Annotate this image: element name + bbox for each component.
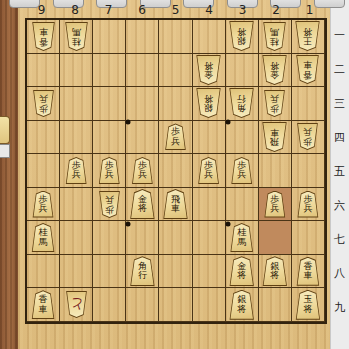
square-4-8[interactable]: [193, 255, 226, 289]
gote-piece-王将-1-1[interactable]: 王将: [294, 21, 321, 51]
star-point-1: [125, 120, 130, 125]
gote-piece-銀将-3-1[interactable]: 銀将: [228, 21, 255, 51]
square-3-3[interactable]: 角行: [226, 87, 259, 121]
gote-piece-歩兵-7-6[interactable]: 歩兵: [98, 191, 121, 218]
sente-piece-歩兵-2-6[interactable]: 歩兵: [263, 191, 286, 218]
sente-piece-歩兵-4-5[interactable]: 歩兵: [197, 157, 220, 184]
square-3-6[interactable]: [226, 188, 259, 222]
square-8-6[interactable]: [60, 188, 93, 222]
piece-face: 桂馬: [230, 224, 253, 251]
gote-piece-角行-3-3[interactable]: 角行: [228, 88, 255, 118]
piece-face: 銀将: [229, 22, 254, 50]
piece-face: 歩兵: [33, 192, 54, 217]
square-7-2[interactable]: [93, 54, 126, 88]
piece-face: 香車: [296, 56, 319, 83]
file-label-9: 9: [25, 3, 58, 17]
sente-piece-銀将-2-8[interactable]: 銀将: [261, 256, 288, 286]
square-1-4[interactable]: 歩兵: [292, 121, 325, 155]
square-4-3[interactable]: 銀将: [193, 87, 226, 121]
square-5-2[interactable]: [159, 54, 192, 88]
square-9-4[interactable]: [27, 121, 60, 155]
square-6-6[interactable]: 金将: [126, 188, 159, 222]
gote-piece-歩兵-2-3[interactable]: 歩兵: [263, 90, 286, 117]
rank-label-8: 八: [331, 266, 348, 281]
square-5-5[interactable]: [159, 154, 192, 188]
square-7-1[interactable]: [93, 20, 126, 54]
square-3-9[interactable]: 銀将: [226, 288, 259, 322]
square-4-5[interactable]: 歩兵: [193, 154, 226, 188]
rank-label-6: 六: [331, 198, 348, 213]
square-8-4[interactable]: [60, 121, 93, 155]
gote-piece-銀将-4-3[interactable]: 銀将: [195, 88, 222, 118]
square-9-6[interactable]: 歩兵: [27, 188, 60, 222]
piece-face: 玉将: [295, 291, 320, 319]
star-point-3: [125, 222, 130, 227]
square-5-7[interactable]: [159, 221, 192, 255]
rank-label-3: 三: [331, 96, 348, 111]
piece-face: 飛車: [262, 123, 287, 151]
piece-face: 銀将: [196, 89, 221, 117]
piece-face: 桂馬: [263, 23, 286, 50]
square-5-1[interactable]: [159, 20, 192, 54]
square-1-9[interactable]: 玉将: [292, 288, 325, 322]
file-label-5: 5: [159, 3, 192, 17]
piece-face: 歩兵: [132, 158, 153, 183]
square-1-1[interactable]: 王将: [292, 20, 325, 54]
square-6-1[interactable]: [126, 20, 159, 54]
square-1-2[interactable]: 香車: [292, 54, 325, 88]
rank-label-9: 九: [331, 300, 348, 315]
piece-face: 金将: [229, 257, 254, 285]
square-7-6[interactable]: 歩兵: [93, 188, 126, 222]
gote-piece-金将-2-2[interactable]: 金将: [261, 55, 288, 85]
square-5-4[interactable]: 歩兵: [159, 121, 192, 155]
gote-piece-香車-9-1[interactable]: 香車: [31, 22, 56, 51]
sente-piece-歩兵-1-6[interactable]: 歩兵: [296, 191, 319, 218]
square-8-9[interactable]: と: [60, 288, 93, 322]
piece-face: 角行: [130, 257, 155, 285]
rank-label-5: 五: [331, 164, 348, 179]
sente-piece-金将-3-8[interactable]: 金将: [228, 256, 255, 286]
square-8-1[interactable]: 桂馬: [60, 20, 93, 54]
square-7-5[interactable]: 歩兵: [93, 154, 126, 188]
square-2-2[interactable]: 金将: [259, 54, 292, 88]
piece-face: 角行: [229, 89, 254, 117]
square-8-5[interactable]: 歩兵: [60, 154, 93, 188]
piece-face: 歩兵: [33, 91, 54, 116]
gote-piece-歩兵-9-3[interactable]: 歩兵: [32, 90, 55, 117]
square-9-3[interactable]: 歩兵: [27, 87, 60, 121]
sente-piece-玉将-1-9[interactable]: 玉将: [294, 290, 321, 320]
square-4-9[interactable]: [193, 288, 226, 322]
square-3-1[interactable]: 銀将: [226, 20, 259, 54]
shogi-app-window: 香車桂馬銀将桂馬王将金将金将香車歩兵銀将角行歩兵歩兵飛車歩兵歩兵歩兵歩兵歩兵歩兵…: [0, 0, 349, 349]
piece-face: 桂馬: [32, 224, 55, 251]
square-4-6[interactable]: [193, 188, 226, 222]
square-8-3[interactable]: [60, 87, 93, 121]
sente-piece-香車-1-8[interactable]: 香車: [295, 257, 320, 286]
square-9-5[interactable]: [27, 154, 60, 188]
piece-face: 桂馬: [65, 23, 88, 50]
square-8-2[interactable]: [60, 54, 93, 88]
star-point-2: [226, 120, 231, 125]
square-9-9[interactable]: 香車: [27, 288, 60, 322]
gote-piece-と-8-9[interactable]: と: [65, 291, 88, 318]
square-2-4[interactable]: 飛車: [259, 121, 292, 155]
square-1-7[interactable]: [292, 221, 325, 255]
piece-face: 歩兵: [165, 124, 186, 149]
sente-piece-角行-6-8[interactable]: 角行: [129, 256, 156, 286]
sente-piece-香車-9-9[interactable]: 香車: [31, 290, 56, 319]
square-1-3[interactable]: [292, 87, 325, 121]
square-4-4[interactable]: [193, 121, 226, 155]
square-6-3[interactable]: [126, 87, 159, 121]
piece-face: 香車: [32, 23, 55, 50]
square-3-8[interactable]: 金将: [226, 255, 259, 289]
piece-face: 銀将: [229, 291, 254, 319]
piece-face: 金将: [130, 190, 155, 218]
square-6-9[interactable]: [126, 288, 159, 322]
sente-piece-桂馬-3-7[interactable]: 桂馬: [229, 223, 254, 252]
square-6-2[interactable]: [126, 54, 159, 88]
square-9-8[interactable]: [27, 255, 60, 289]
square-3-5[interactable]: 歩兵: [226, 154, 259, 188]
sente-piece-歩兵-5-4[interactable]: 歩兵: [164, 123, 187, 150]
square-1-6[interactable]: 歩兵: [292, 188, 325, 222]
square-2-6[interactable]: 歩兵: [259, 188, 292, 222]
square-2-1[interactable]: 桂馬: [259, 20, 292, 54]
gote-piece-香車-1-2[interactable]: 香車: [295, 55, 320, 84]
square-4-1[interactable]: [193, 20, 226, 54]
sente-piece-歩兵-6-5[interactable]: 歩兵: [131, 157, 154, 184]
file-label-3: 3: [226, 3, 259, 17]
square-4-2[interactable]: 金将: [193, 54, 226, 88]
square-6-4[interactable]: [126, 121, 159, 155]
square-1-8[interactable]: 香車: [292, 255, 325, 289]
star-point-4: [226, 222, 231, 227]
square-9-2[interactable]: [27, 54, 60, 88]
file-label-2: 2: [260, 3, 293, 17]
tray-icon[interactable]: [0, 144, 10, 158]
piece-face: 王将: [295, 22, 320, 50]
square-7-9[interactable]: [93, 288, 126, 322]
gote-piece-金将-4-2[interactable]: 金将: [195, 55, 222, 85]
square-2-3[interactable]: 歩兵: [259, 87, 292, 121]
piece-face: 歩兵: [297, 192, 318, 217]
left-wood-panel: [0, 0, 18, 349]
square-3-4[interactable]: [226, 121, 259, 155]
square-6-5[interactable]: 歩兵: [126, 154, 159, 188]
piece-face: 歩兵: [297, 124, 318, 149]
sente-piece-金将-6-6[interactable]: 金将: [129, 189, 156, 219]
square-6-8[interactable]: 角行: [126, 255, 159, 289]
piece-face: 歩兵: [264, 192, 285, 217]
rank-label-2: 二: [331, 62, 348, 77]
piece-face: 香車: [32, 291, 55, 318]
square-7-8[interactable]: [93, 255, 126, 289]
square-2-5[interactable]: [259, 154, 292, 188]
square-2-8[interactable]: 銀将: [259, 255, 292, 289]
piece-face: 歩兵: [66, 158, 87, 183]
square-2-7[interactable]: [259, 221, 292, 255]
square-5-9[interactable]: [159, 288, 192, 322]
shogi-board: 香車桂馬銀将桂馬王将金将金将香車歩兵銀将角行歩兵歩兵飛車歩兵歩兵歩兵歩兵歩兵歩兵…: [25, 18, 327, 324]
square-8-7[interactable]: [60, 221, 93, 255]
gote-piece-歩兵-1-4[interactable]: 歩兵: [296, 123, 319, 150]
square-6-7[interactable]: [126, 221, 159, 255]
sente-piece-飛車-5-6[interactable]: 飛車: [162, 189, 189, 219]
piece-face: 銀将: [262, 257, 287, 285]
square-1-5[interactable]: [292, 154, 325, 188]
piece-face: 歩兵: [264, 91, 285, 116]
piece-face: 歩兵: [198, 158, 219, 183]
square-4-7[interactable]: [193, 221, 226, 255]
square-2-9[interactable]: [259, 288, 292, 322]
piece-face: 金将: [196, 56, 221, 84]
rank-label-7: 七: [331, 232, 348, 247]
sente-piece-銀将-3-9[interactable]: 銀将: [228, 290, 255, 320]
rank-label-4: 四: [331, 130, 348, 145]
piece-face: 歩兵: [99, 158, 120, 183]
gote-piece-飛車-2-4[interactable]: 飛車: [261, 122, 288, 152]
piece-face: 歩兵: [99, 192, 120, 217]
square-3-7[interactable]: 桂馬: [226, 221, 259, 255]
square-5-3[interactable]: [159, 87, 192, 121]
square-9-7[interactable]: 桂馬: [27, 221, 60, 255]
piece-face: と: [66, 292, 87, 317]
square-5-6[interactable]: 飛車: [159, 188, 192, 222]
square-3-2[interactable]: [226, 54, 259, 88]
file-label-1: 1: [293, 3, 326, 17]
captured-piece-tray-sliver: [0, 116, 10, 144]
piece-face: 金将: [262, 56, 287, 84]
square-5-8[interactable]: [159, 255, 192, 289]
rank-label-1: 一: [331, 28, 348, 43]
piece-face: 歩兵: [231, 158, 252, 183]
gote-piece-桂馬-2-1[interactable]: 桂馬: [262, 22, 287, 51]
sente-piece-歩兵-3-5[interactable]: 歩兵: [230, 157, 253, 184]
file-label-4: 4: [193, 3, 226, 17]
file-label-8: 8: [59, 3, 92, 17]
sente-piece-歩兵-8-5[interactable]: 歩兵: [65, 157, 88, 184]
file-label-6: 6: [126, 3, 159, 17]
piece-face: 香車: [296, 258, 319, 285]
square-7-3[interactable]: [93, 87, 126, 121]
piece-face: 飛車: [163, 190, 188, 218]
square-7-7[interactable]: [93, 221, 126, 255]
sente-piece-歩兵-7-5[interactable]: 歩兵: [98, 157, 121, 184]
gote-piece-桂馬-8-1[interactable]: 桂馬: [64, 22, 89, 51]
square-9-1[interactable]: 香車: [27, 20, 60, 54]
file-label-7: 7: [92, 3, 125, 17]
sente-piece-桂馬-9-7[interactable]: 桂馬: [31, 223, 56, 252]
square-7-4[interactable]: [93, 121, 126, 155]
square-8-8[interactable]: [60, 255, 93, 289]
sente-piece-歩兵-9-6[interactable]: 歩兵: [32, 191, 55, 218]
